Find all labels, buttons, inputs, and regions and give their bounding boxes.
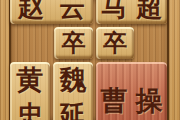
tile-char: 忠	[17, 102, 44, 120]
board-frame-right-rim	[167, 0, 180, 120]
tile-zhaoyun[interactable]: 赵 云	[10, 0, 93, 24]
tile-char: 延	[60, 102, 87, 120]
tile-soldier-1[interactable]: 卒	[54, 27, 93, 59]
klotski-board-stage: 赵 云 马 超 卒 卒 黄 忠 魏 延 曹 操	[0, 0, 180, 120]
tile-char: 魏	[60, 66, 87, 93]
tile-char: 黄	[17, 66, 44, 93]
tile-machao[interactable]: 马 超	[96, 0, 167, 24]
tile-char: 赵	[18, 0, 44, 20]
tile-char: 云	[59, 0, 85, 20]
tile-char: 马	[101, 0, 127, 20]
tile-caocao[interactable]: 曹 操	[96, 62, 167, 120]
tile-char: 卒	[103, 31, 127, 55]
tile-char: 超	[136, 0, 162, 20]
tile-char: 卒	[62, 31, 86, 55]
tile-char: 操	[136, 87, 163, 114]
tile-weiyan[interactable]: 魏 延	[53, 62, 93, 120]
tile-char: 曹	[101, 87, 128, 114]
tile-soldier-2[interactable]: 卒	[96, 27, 134, 59]
tile-huangzhong[interactable]: 黄 忠	[10, 62, 50, 120]
